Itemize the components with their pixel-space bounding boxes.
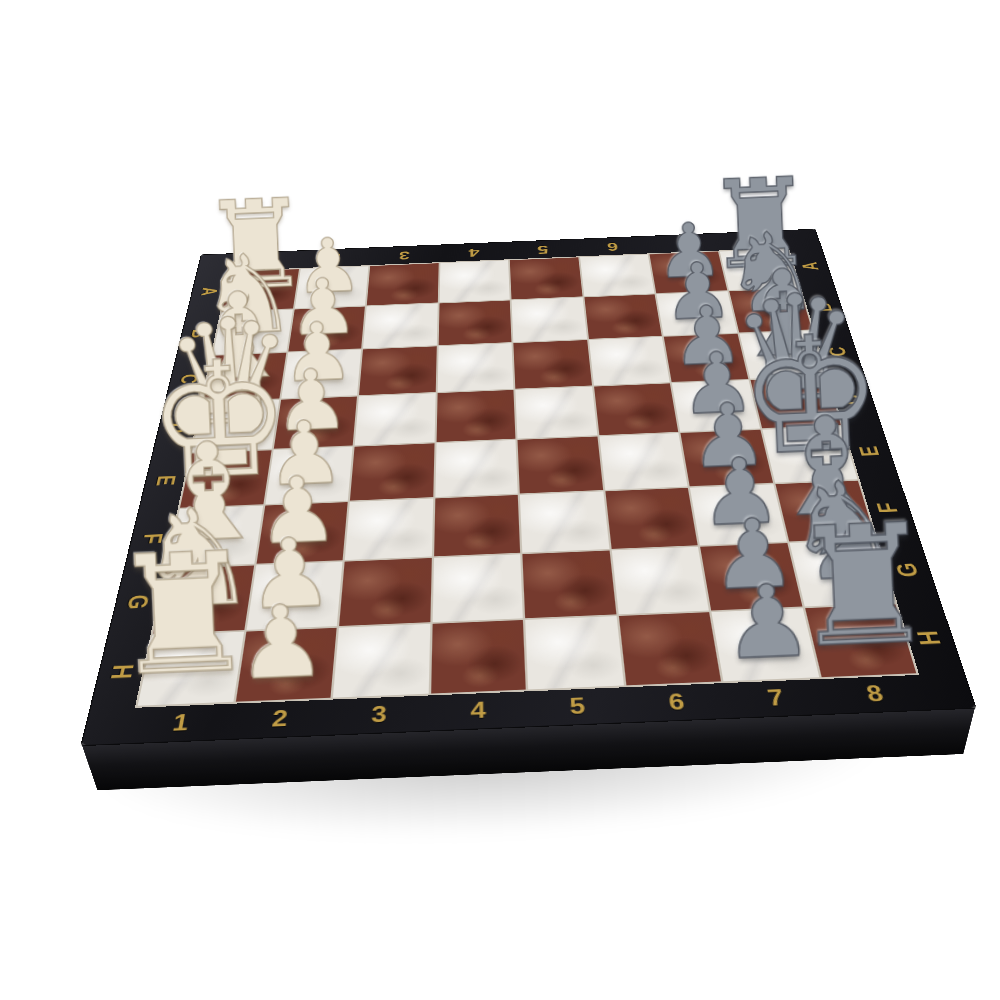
coordinate-number: 7 — [766, 687, 786, 709]
coordinate-number: 4 — [468, 247, 479, 258]
coordinate-number: 5 — [537, 244, 549, 255]
square-b6 — [584, 294, 662, 339]
coordinate-number: 4 — [470, 700, 486, 722]
square-e5 — [517, 437, 602, 494]
square-c4 — [437, 343, 513, 391]
square-d4 — [436, 390, 515, 442]
square-e3 — [350, 443, 434, 500]
square-a3 — [367, 263, 439, 305]
square-e4 — [435, 440, 518, 497]
square-b4 — [438, 300, 511, 345]
perspective-wrapper: 12345678 12345678 ABCDEFGH ABCDEFGH ♜♟♟♜… — [0, 0, 1000, 1000]
board-top-face: 12345678 12345678 ABCDEFGH ABCDEFGH ♜♟♟♜… — [82, 229, 975, 745]
square-a5 — [510, 257, 582, 299]
coordinate-number: 6 — [667, 691, 686, 713]
coordinate-number: 2 — [271, 708, 289, 731]
square-f3 — [345, 498, 433, 560]
square-b5 — [512, 297, 587, 342]
coordinate-number: 8 — [864, 683, 885, 705]
coordinate-number: 2 — [329, 252, 341, 263]
square-h6 — [618, 612, 721, 686]
square-d3 — [355, 393, 436, 445]
coordinate-number: 3 — [371, 704, 388, 727]
gray-rook-h8: ♜ — [786, 500, 940, 671]
coordinate-number: 5 — [569, 695, 586, 717]
chess-board: 12345678 12345678 ABCDEFGH ABCDEFGH ♜♟♟♜… — [82, 229, 975, 745]
square-h3 — [333, 623, 430, 697]
coordinate-number: 6 — [607, 241, 619, 252]
square-g4 — [432, 554, 523, 621]
board-squares: ♜♟♟♜♞♟♟♞♝♟♟♝♛♟♟♛♚♟♟♚♝♟♟♝♞♟♟♞♜♟♟♜ — [135, 248, 919, 708]
square-g6 — [611, 547, 709, 614]
chess-set-photo: 12345678 12345678 ABCDEFGH ABCDEFGH ♜♟♟♜… — [0, 0, 1000, 1000]
square-f4 — [434, 495, 521, 557]
square-h4 — [431, 620, 526, 694]
white-pawn-h2: ♟ — [235, 590, 329, 694]
square-h8: ♜ — [804, 604, 916, 677]
coordinate-number: 3 — [399, 249, 410, 260]
square-a4 — [439, 260, 510, 302]
coordinate-number: 8 — [745, 235, 759, 246]
coordinate-number: 1 — [171, 712, 191, 735]
square-h2: ♟ — [235, 627, 336, 701]
square-c5 — [513, 340, 591, 388]
square-b3 — [363, 303, 437, 348]
coordinate-number: 7 — [676, 238, 689, 249]
square-h5 — [525, 616, 623, 690]
square-f5 — [520, 491, 609, 553]
square-d6 — [594, 383, 679, 435]
square-c3 — [359, 346, 436, 395]
square-a6 — [580, 254, 655, 296]
square-d5 — [515, 386, 596, 438]
square-f6 — [605, 487, 698, 548]
square-g3 — [339, 558, 431, 626]
coordinate-letter: A — [800, 262, 823, 271]
coordinate-letter: A — [198, 287, 220, 296]
square-g5 — [522, 551, 615, 618]
square-h1: ♜ — [138, 631, 244, 706]
square-e6 — [599, 433, 688, 489]
scene: 12345678 12345678 ABCDEFGH ABCDEFGH ♜♟♟♜… — [0, 0, 1000, 1000]
square-c6 — [589, 337, 670, 385]
